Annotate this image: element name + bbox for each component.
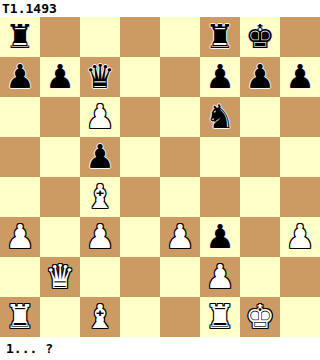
square-e7[interactable] xyxy=(160,57,200,97)
square-c4[interactable]: ♝ xyxy=(80,177,120,217)
square-e1[interactable] xyxy=(160,297,200,337)
square-d5[interactable] xyxy=(120,137,160,177)
square-c7[interactable]: ♛ xyxy=(80,57,120,97)
square-a4[interactable] xyxy=(0,177,40,217)
piece-black-pawn: ♟ xyxy=(245,57,275,97)
square-a8[interactable]: ♜ xyxy=(0,17,40,57)
square-a1[interactable]: ♜ xyxy=(0,297,40,337)
square-e2[interactable] xyxy=(160,257,200,297)
square-d7[interactable] xyxy=(120,57,160,97)
piece-white-pawn: ♟ xyxy=(5,217,35,257)
piece-white-pawn: ♟ xyxy=(285,217,315,257)
square-g8[interactable]: ♚ xyxy=(240,17,280,57)
square-c2[interactable] xyxy=(80,257,120,297)
square-d2[interactable] xyxy=(120,257,160,297)
square-d4[interactable] xyxy=(120,177,160,217)
piece-black-pawn: ♟ xyxy=(85,137,115,177)
square-b4[interactable] xyxy=(40,177,80,217)
square-g6[interactable] xyxy=(240,97,280,137)
piece-white-pawn: ♟ xyxy=(165,217,195,257)
square-g4[interactable] xyxy=(240,177,280,217)
square-a5[interactable] xyxy=(0,137,40,177)
piece-white-king: ♚ xyxy=(245,297,275,337)
square-e3[interactable]: ♟ xyxy=(160,217,200,257)
square-d6[interactable] xyxy=(120,97,160,137)
square-f8[interactable]: ♜ xyxy=(200,17,240,57)
square-h7[interactable]: ♟ xyxy=(280,57,320,97)
piece-white-bishop: ♝ xyxy=(85,297,115,337)
piece-black-rook: ♜ xyxy=(5,17,35,57)
piece-black-pawn: ♟ xyxy=(45,57,75,97)
puzzle-header: T1.1493 xyxy=(0,0,320,17)
piece-black-king: ♚ xyxy=(245,17,275,57)
square-h5[interactable] xyxy=(280,137,320,177)
square-c8[interactable] xyxy=(80,17,120,57)
square-f7[interactable]: ♟ xyxy=(200,57,240,97)
piece-black-rook: ♜ xyxy=(205,17,235,57)
square-c5[interactable]: ♟ xyxy=(80,137,120,177)
piece-white-queen: ♛ xyxy=(45,257,75,297)
square-b8[interactable] xyxy=(40,17,80,57)
square-h1[interactable] xyxy=(280,297,320,337)
piece-black-pawn: ♟ xyxy=(205,57,235,97)
square-d1[interactable] xyxy=(120,297,160,337)
square-f2[interactable]: ♟ xyxy=(200,257,240,297)
square-g1[interactable]: ♚ xyxy=(240,297,280,337)
square-c6[interactable]: ♟ xyxy=(80,97,120,137)
square-g7[interactable]: ♟ xyxy=(240,57,280,97)
square-e6[interactable] xyxy=(160,97,200,137)
piece-white-pawn: ♟ xyxy=(205,257,235,297)
square-c1[interactable]: ♝ xyxy=(80,297,120,337)
move-prompt: 1... ? xyxy=(6,341,53,356)
square-a7[interactable]: ♟ xyxy=(0,57,40,97)
puzzle-id: T1.1493 xyxy=(2,1,57,16)
square-b2[interactable]: ♛ xyxy=(40,257,80,297)
piece-black-pawn: ♟ xyxy=(5,57,35,97)
square-b7[interactable]: ♟ xyxy=(40,57,80,97)
square-f6[interactable]: ♞ xyxy=(200,97,240,137)
square-d8[interactable] xyxy=(120,17,160,57)
piece-white-bishop: ♝ xyxy=(85,177,115,217)
square-h6[interactable] xyxy=(280,97,320,137)
square-a6[interactable] xyxy=(0,97,40,137)
piece-white-pawn: ♟ xyxy=(85,217,115,257)
square-h3[interactable]: ♟ xyxy=(280,217,320,257)
square-b5[interactable] xyxy=(40,137,80,177)
piece-black-queen: ♛ xyxy=(85,57,115,97)
square-f5[interactable] xyxy=(200,137,240,177)
piece-white-pawn: ♟ xyxy=(85,97,115,137)
square-h4[interactable] xyxy=(280,177,320,217)
piece-white-rook: ♜ xyxy=(205,297,235,337)
square-f1[interactable]: ♜ xyxy=(200,297,240,337)
move-prompt-bar: 1... ? xyxy=(0,337,320,360)
piece-white-rook: ♜ xyxy=(5,297,35,337)
square-h8[interactable] xyxy=(280,17,320,57)
square-e4[interactable] xyxy=(160,177,200,217)
square-b6[interactable] xyxy=(40,97,80,137)
square-g5[interactable] xyxy=(240,137,280,177)
piece-black-pawn: ♟ xyxy=(285,57,315,97)
square-f3[interactable]: ♟ xyxy=(200,217,240,257)
square-b1[interactable] xyxy=(40,297,80,337)
square-e5[interactable] xyxy=(160,137,200,177)
square-a3[interactable]: ♟ xyxy=(0,217,40,257)
square-b3[interactable] xyxy=(40,217,80,257)
square-g2[interactable] xyxy=(240,257,280,297)
square-e8[interactable] xyxy=(160,17,200,57)
square-f4[interactable] xyxy=(200,177,240,217)
chess-board: ♜♜♚♟♟♛♟♟♟♟♞♟♝♟♟♟♟♟♛♟♜♝♜♚ xyxy=(0,17,320,337)
square-g3[interactable] xyxy=(240,217,280,257)
piece-black-pawn: ♟ xyxy=(205,217,235,257)
piece-black-knight: ♞ xyxy=(205,97,235,137)
square-h2[interactable] xyxy=(280,257,320,297)
square-c3[interactable]: ♟ xyxy=(80,217,120,257)
square-a2[interactable] xyxy=(0,257,40,297)
square-d3[interactable] xyxy=(120,217,160,257)
